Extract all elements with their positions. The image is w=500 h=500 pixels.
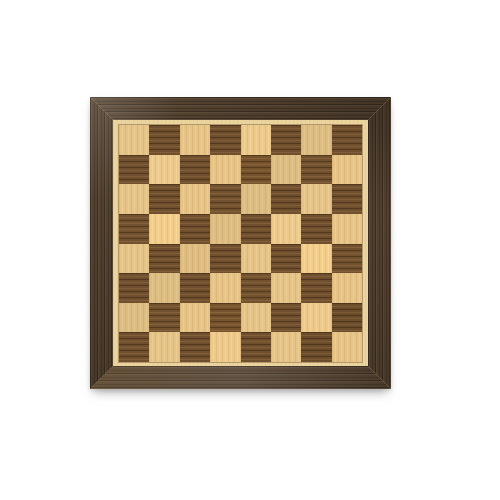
square-a6[interactable] [119, 184, 149, 214]
square-e3[interactable] [241, 273, 271, 303]
square-b7[interactable] [149, 155, 179, 185]
square-a8[interactable] [119, 125, 149, 155]
square-a3[interactable] [119, 273, 149, 303]
chess-board [90, 97, 391, 389]
square-d4[interactable] [210, 244, 240, 274]
square-b1[interactable] [149, 332, 179, 362]
square-b5[interactable] [149, 214, 179, 244]
square-c7[interactable] [180, 155, 210, 185]
square-d7[interactable] [210, 155, 240, 185]
square-a7[interactable] [119, 155, 149, 185]
square-f3[interactable] [271, 273, 301, 303]
square-f1[interactable] [271, 332, 301, 362]
square-d8[interactable] [210, 125, 240, 155]
square-c6[interactable] [180, 184, 210, 214]
square-e2[interactable] [241, 303, 271, 333]
board-frame-top [90, 97, 391, 120]
square-g6[interactable] [301, 184, 331, 214]
square-h6[interactable] [332, 184, 362, 214]
product-photo-canvas [0, 0, 500, 500]
square-h2[interactable] [332, 303, 362, 333]
square-d2[interactable] [210, 303, 240, 333]
square-h4[interactable] [332, 244, 362, 274]
square-g3[interactable] [301, 273, 331, 303]
square-c2[interactable] [180, 303, 210, 333]
board-frame-right [368, 97, 391, 389]
square-b4[interactable] [149, 244, 179, 274]
square-g5[interactable] [301, 214, 331, 244]
square-h1[interactable] [332, 332, 362, 362]
square-e7[interactable] [241, 155, 271, 185]
square-e4[interactable] [241, 244, 271, 274]
square-f8[interactable] [271, 125, 301, 155]
square-g2[interactable] [301, 303, 331, 333]
board-squares [119, 125, 362, 362]
square-e1[interactable] [241, 332, 271, 362]
square-h7[interactable] [332, 155, 362, 185]
square-b2[interactable] [149, 303, 179, 333]
square-e8[interactable] [241, 125, 271, 155]
board-frame-bottom [90, 366, 391, 389]
square-f6[interactable] [271, 184, 301, 214]
square-f7[interactable] [271, 155, 301, 185]
square-c8[interactable] [180, 125, 210, 155]
square-a5[interactable] [119, 214, 149, 244]
square-f2[interactable] [271, 303, 301, 333]
square-b6[interactable] [149, 184, 179, 214]
square-a2[interactable] [119, 303, 149, 333]
square-c4[interactable] [180, 244, 210, 274]
square-b3[interactable] [149, 273, 179, 303]
square-h8[interactable] [332, 125, 362, 155]
square-e6[interactable] [241, 184, 271, 214]
square-g4[interactable] [301, 244, 331, 274]
square-e5[interactable] [241, 214, 271, 244]
square-a1[interactable] [119, 332, 149, 362]
square-d6[interactable] [210, 184, 240, 214]
square-d5[interactable] [210, 214, 240, 244]
square-f4[interactable] [271, 244, 301, 274]
square-g1[interactable] [301, 332, 331, 362]
square-c3[interactable] [180, 273, 210, 303]
square-b8[interactable] [149, 125, 179, 155]
square-h3[interactable] [332, 273, 362, 303]
square-c5[interactable] [180, 214, 210, 244]
square-d1[interactable] [210, 332, 240, 362]
square-c1[interactable] [180, 332, 210, 362]
square-h5[interactable] [332, 214, 362, 244]
square-g7[interactable] [301, 155, 331, 185]
square-f5[interactable] [271, 214, 301, 244]
board-frame-left [90, 97, 113, 389]
square-g8[interactable] [301, 125, 331, 155]
square-d3[interactable] [210, 273, 240, 303]
square-a4[interactable] [119, 244, 149, 274]
